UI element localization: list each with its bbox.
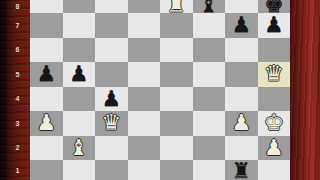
- square-b8[interactable]: [63, 0, 96, 13]
- square-c4[interactable]: ♟: [95, 87, 128, 112]
- square-h7[interactable]: ♟: [258, 13, 291, 38]
- black-bishop[interactable]: ♝: [199, 0, 219, 13]
- square-g2[interactable]: [225, 136, 258, 161]
- rank-label-2: 2: [0, 136, 30, 161]
- square-d4[interactable]: [128, 87, 161, 112]
- white-pawn[interactable]: ♟: [231, 112, 251, 134]
- square-b5[interactable]: ♟: [63, 62, 96, 87]
- square-h2[interactable]: ♟: [258, 136, 291, 161]
- square-e2[interactable]: [160, 136, 193, 161]
- black-pawn[interactable]: ♟: [101, 88, 121, 110]
- square-e5[interactable]: [160, 62, 193, 87]
- square-a8[interactable]: [30, 0, 63, 13]
- square-f7[interactable]: [193, 13, 226, 38]
- square-a1[interactable]: [30, 160, 63, 180]
- square-f5[interactable]: [193, 62, 226, 87]
- square-g8[interactable]: [225, 0, 258, 13]
- rank-label-6: 6: [0, 38, 30, 63]
- square-c1[interactable]: [95, 160, 128, 180]
- square-c2[interactable]: [95, 136, 128, 161]
- square-h5[interactable]: ♛: [258, 62, 291, 87]
- square-d2[interactable]: [128, 136, 161, 161]
- black-king[interactable]: ♚: [264, 0, 284, 13]
- square-e7[interactable]: [160, 13, 193, 38]
- black-pawn[interactable]: ♟: [231, 14, 251, 36]
- square-b6[interactable]: [63, 38, 96, 63]
- square-a3[interactable]: ♟: [30, 111, 63, 136]
- rank-label-1: 1: [0, 160, 30, 180]
- square-g4[interactable]: [225, 87, 258, 112]
- square-f4[interactable]: [193, 87, 226, 112]
- white-pawn[interactable]: ♟: [36, 112, 56, 134]
- white-rook[interactable]: ♜: [166, 0, 186, 13]
- rank-label-5: 5: [0, 62, 30, 87]
- rank-label-4: 4: [0, 87, 30, 112]
- square-a2[interactable]: [30, 136, 63, 161]
- board-frame-right: [290, 0, 320, 180]
- square-g7[interactable]: ♟: [225, 13, 258, 38]
- square-e4[interactable]: [160, 87, 193, 112]
- square-h3[interactable]: ♚: [258, 111, 291, 136]
- square-d7[interactable]: [128, 13, 161, 38]
- black-pawn[interactable]: ♟: [36, 63, 56, 85]
- square-a4[interactable]: [30, 87, 63, 112]
- square-d3[interactable]: [128, 111, 161, 136]
- rank-label-8: 8: [0, 0, 30, 13]
- square-d1[interactable]: [128, 160, 161, 180]
- square-c3[interactable]: ♛: [95, 111, 128, 136]
- square-c7[interactable]: [95, 13, 128, 38]
- square-b3[interactable]: [63, 111, 96, 136]
- black-pawn[interactable]: ♟: [69, 63, 89, 85]
- square-h6[interactable]: [258, 38, 291, 63]
- rank-label-7: 7: [0, 13, 30, 38]
- white-pawn[interactable]: ♟: [264, 137, 284, 159]
- chess-app-window: 87654321 ♜♝♚♟♟♟♟♛♟♟♛♟♚♝♟♜: [0, 0, 320, 180]
- square-h4[interactable]: [258, 87, 291, 112]
- square-f1[interactable]: [193, 160, 226, 180]
- square-e3[interactable]: [160, 111, 193, 136]
- square-f2[interactable]: [193, 136, 226, 161]
- square-b1[interactable]: [63, 160, 96, 180]
- square-g6[interactable]: [225, 38, 258, 63]
- square-a7[interactable]: [30, 13, 63, 38]
- square-g1[interactable]: ♜: [225, 160, 258, 180]
- rank-label-3: 3: [0, 111, 30, 136]
- square-g5[interactable]: [225, 62, 258, 87]
- square-e8[interactable]: ♜: [160, 0, 193, 13]
- black-pawn[interactable]: ♟: [264, 14, 284, 36]
- square-h1[interactable]: [258, 160, 291, 180]
- square-d6[interactable]: [128, 38, 161, 63]
- square-e1[interactable]: [160, 160, 193, 180]
- square-g3[interactable]: ♟: [225, 111, 258, 136]
- square-b2[interactable]: ♝: [63, 136, 96, 161]
- square-f3[interactable]: [193, 111, 226, 136]
- black-rook[interactable]: ♜: [231, 160, 251, 180]
- board-frame-left: 87654321: [0, 0, 30, 180]
- square-c5[interactable]: [95, 62, 128, 87]
- square-b4[interactable]: [63, 87, 96, 112]
- square-d5[interactable]: [128, 62, 161, 87]
- square-d8[interactable]: [128, 0, 161, 13]
- white-queen[interactable]: ♛: [101, 112, 121, 134]
- square-a6[interactable]: [30, 38, 63, 63]
- square-f6[interactable]: [193, 38, 226, 63]
- square-c6[interactable]: [95, 38, 128, 63]
- white-queen[interactable]: ♛: [264, 63, 284, 85]
- chess-board: ♜♝♚♟♟♟♟♛♟♟♛♟♚♝♟♜: [30, 0, 290, 180]
- square-f8[interactable]: ♝: [193, 0, 226, 13]
- white-king[interactable]: ♚: [264, 112, 284, 134]
- square-h8[interactable]: ♚: [258, 0, 291, 13]
- white-bishop[interactable]: ♝: [69, 137, 89, 159]
- square-a5[interactable]: ♟: [30, 62, 63, 87]
- square-b7[interactable]: [63, 13, 96, 38]
- square-c8[interactable]: [95, 0, 128, 13]
- square-e6[interactable]: [160, 38, 193, 63]
